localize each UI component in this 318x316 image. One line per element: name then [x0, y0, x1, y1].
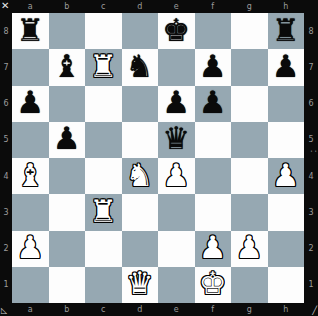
corner-x-mark: ✕: [1, 1, 9, 11]
square-b7[interactable]: ♝: [49, 49, 86, 85]
square-f7[interactable]: ♟: [195, 49, 232, 85]
black-pawn-f7: ♟: [199, 51, 227, 82]
square-a5[interactable]: [12, 122, 49, 158]
corner-bottom-right-mark: ╱: [312, 307, 317, 315]
black-pawn-h7: ♟: [272, 51, 300, 82]
rank-label-2: 2: [308, 231, 313, 267]
square-h6[interactable]: [268, 86, 305, 122]
rank-label-4: 4: [308, 158, 313, 194]
file-label-b: b: [49, 305, 86, 314]
square-e4[interactable]: ♟: [158, 158, 195, 194]
square-h2[interactable]: [268, 231, 305, 267]
white-king-f1: ♚: [199, 268, 227, 299]
square-g4[interactable]: [231, 158, 268, 194]
rank-label-3: 3: [3, 194, 8, 230]
square-e2[interactable]: [158, 231, 195, 267]
white-bishop-a4: ♝: [16, 160, 44, 191]
file-label-a: a: [12, 2, 49, 11]
file-label-h: h: [268, 2, 305, 11]
file-label-h: h: [268, 305, 305, 314]
square-c1[interactable]: [85, 267, 122, 303]
rank-label-1: 1: [308, 267, 313, 303]
rank-label-6: 6: [308, 86, 313, 122]
square-d3[interactable]: [122, 194, 159, 230]
file-label-a: a: [12, 305, 49, 314]
square-c8[interactable]: [85, 13, 122, 49]
square-h5[interactable]: [268, 122, 305, 158]
square-g8[interactable]: [231, 13, 268, 49]
rank-label-8: 8: [308, 13, 313, 49]
square-b4[interactable]: [49, 158, 86, 194]
square-g6[interactable]: [231, 86, 268, 122]
square-d1[interactable]: ♛: [122, 267, 159, 303]
black-knight-d7: ♞: [126, 51, 154, 82]
square-g1[interactable]: [231, 267, 268, 303]
square-d6[interactable]: [122, 86, 159, 122]
white-pawn-a2: ♟: [16, 232, 44, 263]
white-knight-d4: ♞: [126, 160, 154, 191]
file-label-c: c: [85, 305, 122, 314]
white-pawn-h4: ♟: [272, 160, 300, 191]
file-label-d: d: [122, 2, 159, 11]
white-pawn-e4: ♟: [162, 160, 190, 191]
square-f4[interactable]: [195, 158, 232, 194]
file-labels-top: abcdefgh: [12, 0, 304, 13]
square-b2[interactable]: [49, 231, 86, 267]
chess-board: ♜♚♜♝♜♞♟♟♟♟♟♟♛♝♞♟♟♜♟♟♟♛♚: [12, 13, 304, 303]
square-b8[interactable]: [49, 13, 86, 49]
file-label-g: g: [231, 2, 268, 11]
rank-label-4: 4: [3, 158, 8, 194]
rank-label-3: 3: [308, 194, 313, 230]
square-e8[interactable]: ♚: [158, 13, 195, 49]
square-b1[interactable]: [49, 267, 86, 303]
square-a7[interactable]: [12, 49, 49, 85]
square-g7[interactable]: [231, 49, 268, 85]
square-d5[interactable]: [122, 122, 159, 158]
rank-label-8: 8: [3, 13, 8, 49]
rank-labels-right: 87654321: [304, 13, 318, 303]
black-rook-h8: ♜: [272, 15, 300, 46]
white-queen-d1: ♛: [126, 268, 154, 299]
square-e7[interactable]: [158, 49, 195, 85]
rank-label-2: 2: [3, 231, 8, 267]
square-e6[interactable]: ♟: [158, 86, 195, 122]
square-c2[interactable]: [85, 231, 122, 267]
square-a6[interactable]: ♟: [12, 86, 49, 122]
square-b5[interactable]: ♟: [49, 122, 86, 158]
square-g3[interactable]: [231, 194, 268, 230]
square-h8[interactable]: ♜: [268, 13, 305, 49]
file-label-d: d: [122, 305, 159, 314]
file-label-b: b: [49, 2, 86, 11]
square-b6[interactable]: [49, 86, 86, 122]
square-f8[interactable]: [195, 13, 232, 49]
square-h3[interactable]: [268, 194, 305, 230]
square-h1[interactable]: [268, 267, 305, 303]
square-g2[interactable]: ♟: [231, 231, 268, 267]
square-f1[interactable]: ♚: [195, 267, 232, 303]
square-d2[interactable]: [122, 231, 159, 267]
file-label-g: g: [231, 305, 268, 314]
square-h7[interactable]: ♟: [268, 49, 305, 85]
white-rook-c7: ♜: [89, 51, 117, 82]
square-e3[interactable]: [158, 194, 195, 230]
square-a1[interactable]: [12, 267, 49, 303]
square-b3[interactable]: [49, 194, 86, 230]
black-bishop-b7: ♝: [53, 51, 81, 82]
square-c5[interactable]: [85, 122, 122, 158]
square-e5[interactable]: ♛: [158, 122, 195, 158]
square-f6[interactable]: ♟: [195, 86, 232, 122]
square-a3[interactable]: [12, 194, 49, 230]
square-c3[interactable]: ♜: [85, 194, 122, 230]
black-pawn-b5: ♟: [53, 123, 81, 154]
rank-label-7: 7: [308, 49, 313, 85]
rank-label-6: 6: [3, 86, 8, 122]
rank-label-5: 5: [308, 122, 313, 158]
square-e1[interactable]: [158, 267, 195, 303]
file-labels-bottom: abcdefgh: [12, 303, 304, 316]
square-f2[interactable]: ♟: [195, 231, 232, 267]
square-d7[interactable]: ♞: [122, 49, 159, 85]
square-a8[interactable]: ♜: [12, 13, 49, 49]
black-king-e8: ♚: [162, 15, 190, 46]
square-h4[interactable]: ♟: [268, 158, 305, 194]
black-pawn-f6: ♟: [199, 87, 227, 118]
square-c6[interactable]: [85, 86, 122, 122]
board-frame: ✕ ◺ ╱ ⁚ abcdefgh abcdefgh 87654321 87654…: [0, 0, 318, 316]
black-pawn-a6: ♟: [16, 87, 44, 118]
black-rook-a8: ♜: [16, 15, 44, 46]
square-f3[interactable]: [195, 194, 232, 230]
square-d8[interactable]: [122, 13, 159, 49]
white-pawn-g2: ♟: [235, 232, 263, 263]
square-g5[interactable]: [231, 122, 268, 158]
white-pawn-f2: ♟: [199, 232, 227, 263]
file-label-f: f: [195, 2, 232, 11]
black-pawn-e6: ♟: [162, 87, 190, 118]
square-a2[interactable]: ♟: [12, 231, 49, 267]
square-f5[interactable]: [195, 122, 232, 158]
file-label-c: c: [85, 2, 122, 11]
file-label-e: e: [158, 305, 195, 314]
rank-labels-left: 87654321: [0, 13, 12, 303]
file-label-f: f: [195, 305, 232, 314]
black-queen-e5: ♛: [162, 123, 190, 154]
white-rook-c3: ♜: [89, 196, 117, 227]
square-d4[interactable]: ♞: [122, 158, 159, 194]
rank-label-1: 1: [3, 267, 8, 303]
corner-bottom-left-mark: ◺: [1, 307, 7, 315]
rank-label-5: 5: [3, 122, 8, 158]
square-a4[interactable]: ♝: [12, 158, 49, 194]
square-c7[interactable]: ♜: [85, 49, 122, 85]
rank-label-7: 7: [3, 49, 8, 85]
square-c4[interactable]: [85, 158, 122, 194]
file-label-e: e: [158, 2, 195, 11]
